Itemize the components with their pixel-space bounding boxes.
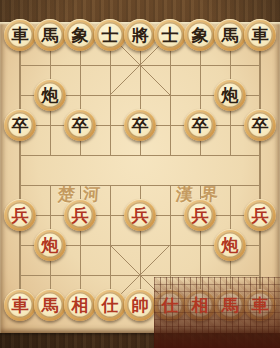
xiangqi-piece-black-士[interactable]: 士 [154,19,186,51]
piece-character: 馬 [222,297,239,314]
piece-character: 炮 [42,237,59,254]
piece-character: 車 [252,27,269,44]
piece-character: 象 [192,27,209,44]
xiangqi-piece-red-兵[interactable]: 兵 [64,199,96,231]
piece-character: 象 [72,27,89,44]
xiangqi-piece-black-卒[interactable]: 卒 [184,109,216,141]
xiangqi-piece-black-卒[interactable]: 卒 [124,109,156,141]
xiangqi-piece-red-炮[interactable]: 炮 [34,229,66,261]
piece-character: 車 [252,297,269,314]
xiangqi-piece-black-士[interactable]: 士 [94,19,126,51]
xiangqi-piece-red-兵[interactable]: 兵 [124,199,156,231]
piece-character: 炮 [42,87,59,104]
xiangqi-app: { "game": "xiangqi", "position": { "fen"… [0,0,280,348]
piece-character: 兵 [252,207,269,224]
xiangqi-piece-black-將[interactable]: 將 [124,19,156,51]
piece-character: 炮 [222,87,239,104]
piece-character: 相 [72,297,89,314]
piece-character: 士 [162,27,179,44]
piece-character: 馬 [222,27,239,44]
xiangqi-piece-black-卒[interactable]: 卒 [244,109,276,141]
piece-character: 卒 [252,117,269,134]
piece-character: 馬 [42,27,59,44]
xiangqi-piece-red-馬[interactable]: 馬 [34,289,66,321]
xiangqi-piece-red-仕[interactable]: 仕 [94,289,126,321]
piece-character: 卒 [132,117,149,134]
xiangqi-piece-red-相[interactable]: 相 [64,289,96,321]
piece-character: 卒 [12,117,29,134]
xiangqi-piece-red-炮[interactable]: 炮 [214,229,246,261]
piece-character: 仕 [162,297,179,314]
piece-character: 炮 [222,237,239,254]
piece-character: 卒 [192,117,209,134]
xiangqi-piece-red-相[interactable]: 相 [184,289,216,321]
piece-character: 兵 [132,207,149,224]
piece-character: 兵 [192,207,209,224]
piece-character: 車 [12,297,29,314]
piece-character: 兵 [72,207,89,224]
xiangqi-piece-red-車[interactable]: 車 [244,289,276,321]
xiangqi-piece-black-炮[interactable]: 炮 [214,79,246,111]
xiangqi-piece-black-馬[interactable]: 馬 [214,19,246,51]
piece-character: 卒 [72,117,89,134]
xiangqi-piece-red-帥[interactable]: 帥 [124,289,156,321]
xiangqi-piece-black-車[interactable]: 車 [244,19,276,51]
xiangqi-piece-red-車[interactable]: 車 [4,289,36,321]
xiangqi-piece-black-馬[interactable]: 馬 [34,19,66,51]
xiangqi-piece-black-炮[interactable]: 炮 [34,79,66,111]
xiangqi-piece-red-馬[interactable]: 馬 [214,289,246,321]
xiangqi-piece-black-象[interactable]: 象 [184,19,216,51]
piece-character: 車 [12,27,29,44]
board-grid [0,22,280,333]
piece-character: 帥 [132,297,149,314]
piece-character: 士 [102,27,119,44]
xiangqi-piece-red-兵[interactable]: 兵 [244,199,276,231]
piece-character: 馬 [42,297,59,314]
xiangqi-piece-black-象[interactable]: 象 [64,19,96,51]
piece-character: 兵 [12,207,29,224]
xiangqi-piece-black-車[interactable]: 車 [4,19,36,51]
xiangqi-piece-red-兵[interactable]: 兵 [4,199,36,231]
xiangqi-piece-black-卒[interactable]: 卒 [4,109,36,141]
xiangqi-piece-red-仕[interactable]: 仕 [154,289,186,321]
xiangqi-board[interactable]: 楚河 漢界 [0,22,280,333]
piece-character: 相 [192,297,209,314]
piece-character: 將 [132,27,149,44]
piece-character: 仕 [102,297,119,314]
xiangqi-piece-black-卒[interactable]: 卒 [64,109,96,141]
xiangqi-piece-red-兵[interactable]: 兵 [184,199,216,231]
